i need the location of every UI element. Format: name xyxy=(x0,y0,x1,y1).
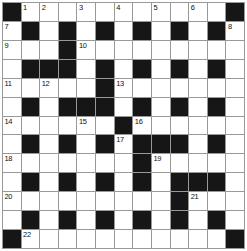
black-cell-r6c12 xyxy=(208,98,226,116)
cell-r13c5[interactable] xyxy=(77,230,95,248)
cell-r13c4[interactable] xyxy=(59,230,77,248)
cell-r7c11[interactable] xyxy=(189,117,207,135)
crossword-page: 12345678910111213141516171819202122 xyxy=(0,0,247,251)
cell-r13c6[interactable] xyxy=(96,230,114,248)
cell-r8c1[interactable] xyxy=(3,135,21,153)
cell-r1c10[interactable] xyxy=(171,3,189,21)
cell-r11c1[interactable]: 20 xyxy=(3,192,21,210)
cell-r12c9[interactable] xyxy=(152,211,170,229)
cell-r5c3[interactable]: 12 xyxy=(40,79,58,97)
cell-r1c9[interactable]: 5 xyxy=(152,3,170,21)
black-cell-r10c2 xyxy=(22,173,40,191)
cell-r7c2[interactable] xyxy=(22,117,40,135)
clue-number: 4 xyxy=(116,3,120,12)
black-cell-r2c2 xyxy=(22,22,40,40)
cell-r4c13[interactable] xyxy=(226,60,244,78)
cell-r9c9[interactable]: 19 xyxy=(152,154,170,172)
cell-r7c9[interactable] xyxy=(152,117,170,135)
cell-r8c13[interactable] xyxy=(226,135,244,153)
black-cell-r12c12 xyxy=(208,211,226,229)
cell-r5c13[interactable] xyxy=(226,79,244,97)
black-cell-r8c9 xyxy=(152,135,170,153)
cell-r5c12[interactable] xyxy=(208,79,226,97)
cell-r6c13[interactable] xyxy=(226,98,244,116)
cell-r6c11[interactable] xyxy=(189,98,207,116)
cell-r11c7[interactable] xyxy=(115,192,133,210)
cell-r9c1[interactable]: 18 xyxy=(3,154,21,172)
black-cell-r8c2 xyxy=(22,135,40,153)
clue-number: 16 xyxy=(135,117,143,126)
black-cell-r4c4 xyxy=(59,60,77,78)
black-cell-r12c8 xyxy=(133,211,151,229)
cell-r12c5[interactable] xyxy=(77,211,95,229)
cell-r2c7[interactable] xyxy=(115,22,133,40)
black-cell-r13c13 xyxy=(226,230,244,248)
clue-number: 17 xyxy=(116,135,124,144)
cell-r3c5[interactable]: 10 xyxy=(77,41,95,59)
black-cell-r4c10 xyxy=(171,60,189,78)
cell-r1c11[interactable]: 6 xyxy=(189,3,207,21)
cell-r5c7[interactable]: 13 xyxy=(115,79,133,97)
clue-number: 11 xyxy=(5,79,12,88)
clue-number: 9 xyxy=(5,41,9,50)
black-cell-r8c8 xyxy=(133,135,151,153)
cell-r8c5[interactable] xyxy=(77,135,95,153)
black-cell-r12c4 xyxy=(59,211,77,229)
black-cell-r8c10 xyxy=(171,135,189,153)
cell-r10c13[interactable] xyxy=(226,173,244,191)
cell-r2c9[interactable] xyxy=(152,22,170,40)
black-cell-r12c10 xyxy=(171,211,189,229)
clue-number: 12 xyxy=(42,79,50,88)
cell-r7c8[interactable]: 16 xyxy=(133,117,151,135)
cell-r11c6[interactable] xyxy=(96,192,114,210)
cell-r6c1[interactable] xyxy=(3,98,21,116)
black-cell-r10c11 xyxy=(189,173,207,191)
black-cell-r5c6 xyxy=(96,79,114,97)
clue-number: 10 xyxy=(79,41,87,50)
cell-r1c2[interactable]: 1 xyxy=(22,3,40,21)
clue-number: 7 xyxy=(5,22,9,31)
cell-r9c12[interactable] xyxy=(208,154,226,172)
cell-r1c7[interactable]: 4 xyxy=(115,3,133,21)
black-cell-r10c4 xyxy=(59,173,77,191)
cell-r12c7[interactable] xyxy=(115,211,133,229)
cell-r13c9[interactable] xyxy=(152,230,170,248)
black-cell-r8c6 xyxy=(96,135,114,153)
black-cell-r11c10 xyxy=(171,192,189,210)
cell-r2c3[interactable] xyxy=(40,22,58,40)
cell-r9c7[interactable] xyxy=(115,154,133,172)
cell-r11c8[interactable] xyxy=(133,192,151,210)
cell-r9c3[interactable] xyxy=(40,154,58,172)
clue-number: 3 xyxy=(79,3,83,12)
cell-r7c6[interactable] xyxy=(96,117,114,135)
cell-r9c11[interactable] xyxy=(189,154,207,172)
cell-r2c13[interactable]: 8 xyxy=(226,22,244,40)
cell-r3c8[interactable] xyxy=(133,41,151,59)
cell-r8c7[interactable]: 17 xyxy=(115,135,133,153)
black-cell-r10c6 xyxy=(96,173,114,191)
cell-r4c1[interactable] xyxy=(3,60,21,78)
black-cell-r6c10 xyxy=(171,98,189,116)
cell-r3c2[interactable] xyxy=(22,41,40,59)
cell-r13c10[interactable] xyxy=(171,230,189,248)
clue-number: 13 xyxy=(116,79,124,88)
black-cell-r7c7 xyxy=(115,117,133,135)
clue-number: 8 xyxy=(228,22,232,31)
cell-r3c13[interactable] xyxy=(226,41,244,59)
black-cell-r4c6 xyxy=(96,60,114,78)
cell-r5c10[interactable] xyxy=(171,79,189,97)
black-cell-r6c8 xyxy=(133,98,151,116)
cell-r13c12[interactable] xyxy=(208,230,226,248)
cell-r7c3[interactable] xyxy=(40,117,58,135)
black-cell-r10c12 xyxy=(208,173,226,191)
cell-r10c7[interactable] xyxy=(115,173,133,191)
black-cell-r4c12 xyxy=(208,60,226,78)
cell-r3c10[interactable] xyxy=(171,41,189,59)
cell-r3c12[interactable] xyxy=(208,41,226,59)
black-cell-r6c4 xyxy=(59,98,77,116)
cell-r10c9[interactable] xyxy=(152,173,170,191)
cell-r11c5[interactable] xyxy=(77,192,95,210)
cell-r1c12[interactable] xyxy=(208,3,226,21)
cell-r9c4[interactable] xyxy=(59,154,77,172)
cell-r9c2[interactable] xyxy=(22,154,40,172)
cell-r10c1[interactable] xyxy=(3,173,21,191)
black-cell-r8c12 xyxy=(208,135,226,153)
black-cell-r6c5 xyxy=(77,98,95,116)
cell-r1c8[interactable] xyxy=(133,3,151,21)
black-cell-r12c6 xyxy=(96,211,114,229)
clue-number: 14 xyxy=(5,117,13,126)
clue-number: 6 xyxy=(191,3,195,12)
cell-r1c5[interactable]: 3 xyxy=(77,3,95,21)
cell-r13c11[interactable] xyxy=(189,230,207,248)
cell-r3c11[interactable] xyxy=(189,41,207,59)
black-cell-r10c10 xyxy=(171,173,189,191)
black-cell-r3c4 xyxy=(59,41,77,59)
cell-r1c3[interactable]: 2 xyxy=(40,3,58,21)
cell-r8c3[interactable] xyxy=(40,135,58,153)
black-cell-r1c1 xyxy=(3,3,21,21)
clue-number: 15 xyxy=(79,117,87,126)
clue-number: 1 xyxy=(23,3,27,12)
black-cell-r2c12 xyxy=(208,22,226,40)
cell-r12c11[interactable] xyxy=(189,211,207,229)
cell-r12c13[interactable] xyxy=(226,211,244,229)
cell-r9c13[interactable] xyxy=(226,154,244,172)
cell-r9c5[interactable] xyxy=(77,154,95,172)
cell-r6c3[interactable] xyxy=(40,98,58,116)
cell-r10c3[interactable] xyxy=(40,173,58,191)
cell-r11c13[interactable] xyxy=(226,192,244,210)
cell-r7c12[interactable] xyxy=(208,117,226,135)
cell-r13c2[interactable]: 22 xyxy=(22,230,40,248)
cell-r10c5[interactable] xyxy=(77,173,95,191)
black-cell-r9c8 xyxy=(133,154,151,172)
black-cell-r2c10 xyxy=(171,22,189,40)
cell-r7c5[interactable]: 15 xyxy=(77,117,95,135)
cell-r5c4[interactable] xyxy=(59,79,77,97)
cell-r1c4[interactable] xyxy=(59,3,77,21)
clue-number: 21 xyxy=(191,192,199,201)
black-cell-r2c4 xyxy=(59,22,77,40)
clue-number: 2 xyxy=(42,3,46,12)
crossword-board: 12345678910111213141516171819202122 xyxy=(2,2,245,249)
cell-r13c8[interactable] xyxy=(133,230,151,248)
cell-r9c6[interactable] xyxy=(96,154,114,172)
cell-r5c8[interactable] xyxy=(133,79,151,97)
cell-r11c2[interactable] xyxy=(22,192,40,210)
black-cell-r4c3 xyxy=(40,60,58,78)
cell-r7c10[interactable] xyxy=(171,117,189,135)
clue-number: 18 xyxy=(5,154,13,163)
black-cell-r10c8 xyxy=(133,173,151,191)
cell-r13c3[interactable] xyxy=(40,230,58,248)
cell-r4c11[interactable] xyxy=(189,60,207,78)
clue-number: 5 xyxy=(153,3,157,12)
cell-r3c7[interactable] xyxy=(115,41,133,59)
black-cell-r1c13 xyxy=(226,3,244,21)
cell-r5c2[interactable] xyxy=(22,79,40,97)
cell-r5c5[interactable] xyxy=(77,79,95,97)
black-cell-r13c1 xyxy=(3,230,21,248)
cell-r11c9[interactable] xyxy=(152,192,170,210)
cell-r7c1[interactable]: 14 xyxy=(3,117,21,135)
cell-r1c6[interactable] xyxy=(96,3,114,21)
cell-r6c7[interactable] xyxy=(115,98,133,116)
black-cell-r6c6 xyxy=(96,98,114,116)
cell-r4c5[interactable] xyxy=(77,60,95,78)
clue-number: 22 xyxy=(23,230,31,239)
cell-r5c1[interactable]: 11 xyxy=(3,79,21,97)
cell-r4c9[interactable] xyxy=(152,60,170,78)
cell-r3c6[interactable] xyxy=(96,41,114,59)
cell-r6c9[interactable] xyxy=(152,98,170,116)
black-cell-r6c2 xyxy=(22,98,40,116)
black-cell-r4c2 xyxy=(22,60,40,78)
cell-r4c7[interactable] xyxy=(115,60,133,78)
cell-r2c5[interactable] xyxy=(77,22,95,40)
cell-r7c13[interactable] xyxy=(226,117,244,135)
cell-r5c11[interactable] xyxy=(189,79,207,97)
clue-number: 19 xyxy=(153,154,161,163)
cell-r7c4[interactable] xyxy=(59,117,77,135)
cell-r9c10[interactable] xyxy=(171,154,189,172)
cell-r2c11[interactable] xyxy=(189,22,207,40)
cell-r2c1[interactable]: 7 xyxy=(3,22,21,40)
cell-r11c4[interactable] xyxy=(59,192,77,210)
cell-r8c11[interactable] xyxy=(189,135,207,153)
cell-r13c7[interactable] xyxy=(115,230,133,248)
cell-r11c11[interactable]: 21 xyxy=(189,192,207,210)
cell-r11c3[interactable] xyxy=(40,192,58,210)
cell-r3c9[interactable] xyxy=(152,41,170,59)
black-cell-r2c8 xyxy=(133,22,151,40)
clue-number: 20 xyxy=(5,192,13,201)
black-cell-r4c8 xyxy=(133,60,151,78)
black-cell-r12c2 xyxy=(22,211,40,229)
cell-r12c3[interactable] xyxy=(40,211,58,229)
black-cell-r2c6 xyxy=(96,22,114,40)
black-cell-r8c4 xyxy=(59,135,77,153)
cell-r3c1[interactable]: 9 xyxy=(3,41,21,59)
cell-r12c1[interactable] xyxy=(3,211,21,229)
cell-r3c3[interactable] xyxy=(40,41,58,59)
cell-r11c12[interactable] xyxy=(208,192,226,210)
cell-r5c9[interactable] xyxy=(152,79,170,97)
